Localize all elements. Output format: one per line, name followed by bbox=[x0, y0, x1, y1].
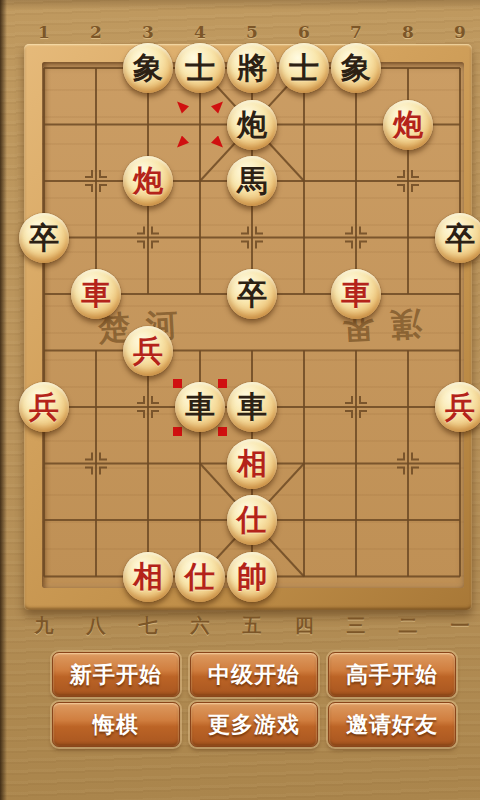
piece-glyph: 車 bbox=[341, 269, 371, 319]
top-file-label-7: 7 bbox=[345, 22, 367, 42]
top-file-label-3: 3 bbox=[137, 22, 159, 42]
menu-row-bottom: 悔棋 更多游戏 邀请好友 bbox=[52, 702, 456, 747]
invite-friends-button[interactable]: 邀请好友 bbox=[328, 702, 456, 747]
piece-black-soldier[interactable]: 卒 bbox=[227, 269, 277, 319]
bottom-file-label-3: 七 bbox=[137, 613, 159, 639]
piece-glyph: 卒 bbox=[29, 213, 59, 263]
piece-black-soldier[interactable]: 卒 bbox=[435, 213, 480, 263]
top-file-label-1: 1 bbox=[33, 22, 55, 42]
piece-glyph: 兵 bbox=[29, 382, 59, 432]
wood-edge-shadow bbox=[0, 0, 7, 800]
bottom-file-label-5: 五 bbox=[241, 613, 263, 639]
piece-red-elephant[interactable]: 相 bbox=[123, 552, 173, 602]
piece-red-soldier[interactable]: 兵 bbox=[19, 382, 69, 432]
bottom-file-label-7: 三 bbox=[345, 613, 367, 639]
piece-red-chariot[interactable]: 車 bbox=[331, 269, 381, 319]
bottom-file-label-2: 八 bbox=[85, 613, 107, 639]
top-file-labels: 123456789 bbox=[0, 22, 480, 44]
piece-glyph: 象 bbox=[341, 43, 371, 93]
piece-red-general[interactable]: 帥 bbox=[227, 552, 277, 602]
piece-glyph: 仕 bbox=[237, 495, 267, 545]
piece-glyph: 兵 bbox=[133, 326, 163, 376]
piece-black-advisor[interactable]: 士 bbox=[175, 43, 225, 93]
piece-glyph: 將 bbox=[237, 43, 267, 93]
bottom-file-label-8: 二 bbox=[397, 613, 419, 639]
piece-black-advisor[interactable]: 士 bbox=[279, 43, 329, 93]
piece-glyph: 車 bbox=[185, 382, 215, 432]
piece-black-chariot[interactable]: 車 bbox=[227, 382, 277, 432]
piece-black-horse[interactable]: 馬 bbox=[227, 156, 277, 206]
piece-red-soldier[interactable]: 兵 bbox=[435, 382, 480, 432]
top-file-label-4: 4 bbox=[189, 22, 211, 42]
piece-glyph: 帥 bbox=[237, 552, 267, 602]
piece-red-cannon[interactable]: 炮 bbox=[123, 156, 173, 206]
piece-glyph: 炮 bbox=[393, 100, 423, 150]
piece-black-chariot[interactable]: 車 bbox=[175, 382, 225, 432]
new-game-intermediate-button[interactable]: 中级开始 bbox=[190, 652, 318, 697]
piece-glyph: 相 bbox=[237, 439, 267, 489]
new-game-master-button[interactable]: 高手开始 bbox=[328, 652, 456, 697]
piece-glyph: 車 bbox=[237, 382, 267, 432]
piece-glyph: 仕 bbox=[185, 552, 215, 602]
piece-black-soldier[interactable]: 卒 bbox=[19, 213, 69, 263]
bottom-file-label-9: 一 bbox=[449, 613, 471, 639]
piece-glyph: 士 bbox=[289, 43, 319, 93]
piece-red-chariot[interactable]: 車 bbox=[71, 269, 121, 319]
bottom-file-label-4: 六 bbox=[189, 613, 211, 639]
bottom-file-label-6: 四 bbox=[293, 613, 315, 639]
more-games-button[interactable]: 更多游戏 bbox=[190, 702, 318, 747]
undo-move-button[interactable]: 悔棋 bbox=[52, 702, 180, 747]
piece-black-cannon[interactable]: 炮 bbox=[227, 100, 277, 150]
piece-glyph: 炮 bbox=[237, 100, 267, 150]
piece-glyph: 卒 bbox=[237, 269, 267, 319]
piece-red-soldier[interactable]: 兵 bbox=[123, 326, 173, 376]
piece-red-elephant[interactable]: 相 bbox=[227, 439, 277, 489]
top-file-label-9: 9 bbox=[449, 22, 471, 42]
piece-glyph: 兵 bbox=[445, 382, 475, 432]
top-file-label-2: 2 bbox=[85, 22, 107, 42]
piece-glyph: 相 bbox=[133, 552, 163, 602]
piece-black-elephant[interactable]: 象 bbox=[331, 43, 381, 93]
top-file-label-6: 6 bbox=[293, 22, 315, 42]
piece-glyph: 象 bbox=[133, 43, 163, 93]
piece-red-cannon[interactable]: 炮 bbox=[383, 100, 433, 150]
piece-red-advisor[interactable]: 仕 bbox=[175, 552, 225, 602]
piece-glyph: 卒 bbox=[445, 213, 475, 263]
piece-glyph: 馬 bbox=[237, 156, 267, 206]
piece-glyph: 車 bbox=[81, 269, 111, 319]
menu-row-top: 新手开始 中级开始 高手开始 bbox=[52, 652, 456, 697]
new-game-beginner-button[interactable]: 新手开始 bbox=[52, 652, 180, 697]
piece-glyph: 炮 bbox=[133, 156, 163, 206]
bottom-file-labels: 九八七六五四三二一 bbox=[0, 613, 480, 635]
piece-black-general[interactable]: 將 bbox=[227, 43, 277, 93]
top-file-label-8: 8 bbox=[397, 22, 419, 42]
top-file-label-5: 5 bbox=[241, 22, 263, 42]
xiangqi-game-screen: 123456789 楚河 漢界 象士將士象炮炮炮馬卒卒車卒車兵兵車車兵相仕相仕帥… bbox=[0, 0, 480, 800]
piece-black-elephant[interactable]: 象 bbox=[123, 43, 173, 93]
bottom-file-label-1: 九 bbox=[33, 613, 55, 639]
piece-glyph: 士 bbox=[185, 43, 215, 93]
piece-red-advisor[interactable]: 仕 bbox=[227, 495, 277, 545]
